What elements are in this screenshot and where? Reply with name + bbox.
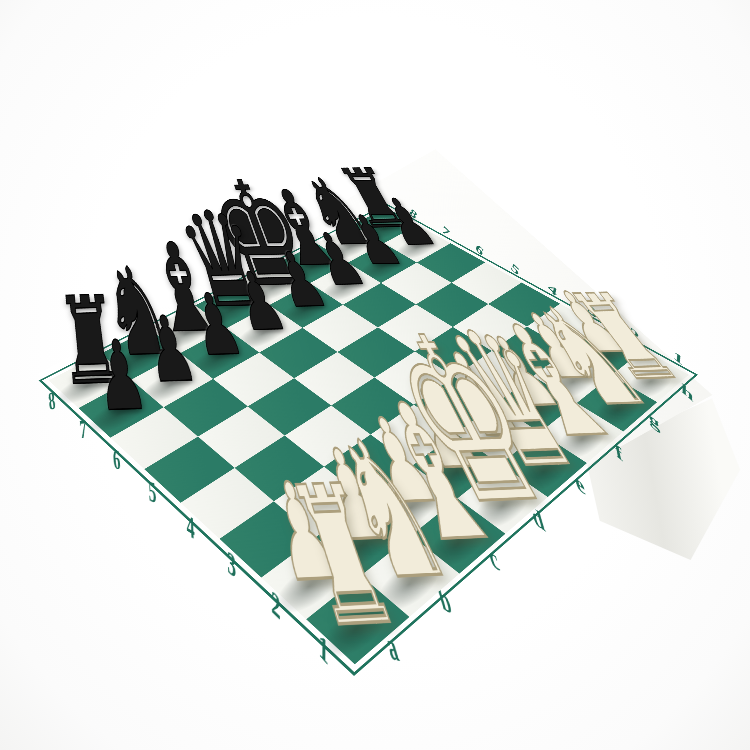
product-photo-scene: abcdefghabcdefgh8765432187654321 ♜♞♝♛♚♝♞… bbox=[0, 0, 750, 750]
board-grid: ♜♞♝♛♚♝♞♜♟♟♟♟♟♟♟♟♟♟♟♟♟♟♟♟♜♞♝♚♛♝♞♜ bbox=[49, 208, 689, 665]
chess-board: abcdefghabcdefgh8765432187654321 ♜♞♝♛♚♝♞… bbox=[0, 136, 750, 750]
